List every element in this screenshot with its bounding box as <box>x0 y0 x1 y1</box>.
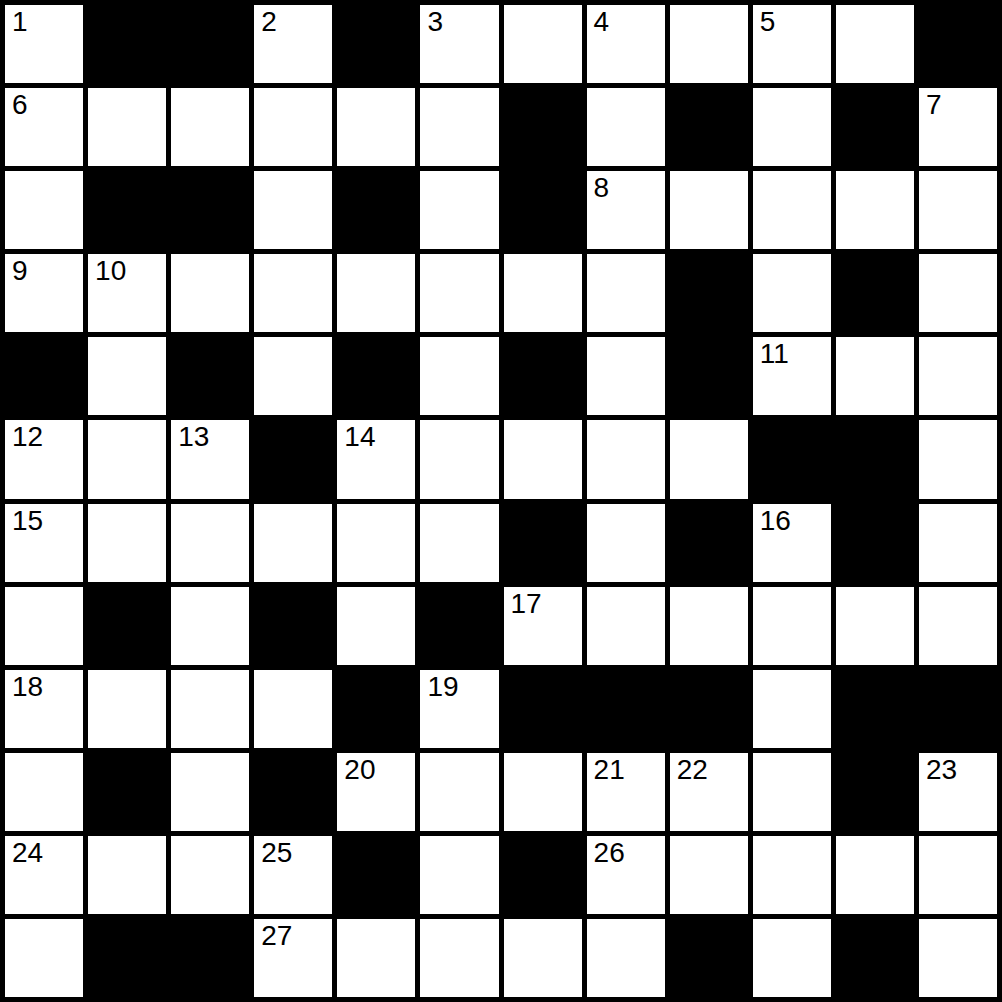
white-cell-r5c4[interactable]: 14 <box>337 420 415 498</box>
black-cell-r8c11 <box>919 670 997 748</box>
white-cell-r6c0[interactable]: 15 <box>5 504 83 582</box>
white-cell-r1c4[interactable] <box>337 88 415 166</box>
black-cell-r8c7 <box>587 670 665 748</box>
white-cell-r9c11[interactable]: 23 <box>919 753 997 831</box>
white-cell-r9c0[interactable] <box>5 753 83 831</box>
white-cell-r1c3[interactable] <box>254 88 332 166</box>
clue-number-24: 24 <box>12 837 43 869</box>
white-cell-r10c1[interactable] <box>88 836 166 914</box>
clue-number-12: 12 <box>12 421 43 453</box>
clue-number-23: 23 <box>926 754 957 786</box>
white-cell-r4c9[interactable]: 11 <box>753 337 831 415</box>
white-cell-r6c9[interactable]: 16 <box>753 504 831 582</box>
white-cell-r9c7[interactable]: 21 <box>587 753 665 831</box>
white-cell-r8c0[interactable]: 18 <box>5 670 83 748</box>
white-cell-r10c2[interactable] <box>171 836 249 914</box>
white-cell-r11c6[interactable] <box>504 919 582 997</box>
black-cell-r0c2 <box>171 5 249 83</box>
black-cell-r1c6 <box>504 88 582 166</box>
black-cell-r11c10 <box>836 919 914 997</box>
black-cell-r8c8 <box>670 670 748 748</box>
black-cell-r9c10 <box>836 753 914 831</box>
white-cell-r3c6[interactable] <box>504 254 582 332</box>
white-cell-r4c5[interactable] <box>420 337 498 415</box>
white-cell-r5c7[interactable] <box>587 420 665 498</box>
white-cell-r10c0[interactable]: 24 <box>5 836 83 914</box>
clue-number-2: 2 <box>261 6 277 38</box>
white-cell-r3c2[interactable] <box>171 254 249 332</box>
black-cell-r4c6 <box>504 337 582 415</box>
white-cell-r6c4[interactable] <box>337 504 415 582</box>
white-cell-r2c9[interactable] <box>753 171 831 249</box>
white-cell-r7c2[interactable] <box>171 587 249 665</box>
black-cell-r7c1 <box>88 587 166 665</box>
black-cell-r7c3 <box>254 587 332 665</box>
white-cell-r0c5[interactable]: 3 <box>420 5 498 83</box>
white-cell-r9c6[interactable] <box>504 753 582 831</box>
white-cell-r3c5[interactable] <box>420 254 498 332</box>
white-cell-r11c5[interactable] <box>420 919 498 997</box>
black-cell-r2c2 <box>171 171 249 249</box>
clue-number-16: 16 <box>760 505 791 537</box>
white-cell-r8c3[interactable] <box>254 670 332 748</box>
white-cell-r3c4[interactable] <box>337 254 415 332</box>
black-cell-r8c4 <box>337 670 415 748</box>
white-cell-r1c2[interactable] <box>171 88 249 166</box>
clue-number-14: 14 <box>344 421 375 453</box>
black-cell-r10c4 <box>337 836 415 914</box>
clue-number-7: 7 <box>926 89 942 121</box>
black-cell-r2c1 <box>88 171 166 249</box>
black-cell-r4c8 <box>670 337 748 415</box>
white-cell-r11c4[interactable] <box>337 919 415 997</box>
white-cell-r8c2[interactable] <box>171 670 249 748</box>
white-cell-r1c0[interactable]: 6 <box>5 88 83 166</box>
white-cell-r1c1[interactable] <box>88 88 166 166</box>
white-cell-r7c11[interactable] <box>919 587 997 665</box>
crossword-board: 1234567891011121314151617181920212223242… <box>0 0 1002 1002</box>
white-cell-r10c5[interactable] <box>420 836 498 914</box>
white-cell-r4c7[interactable] <box>587 337 665 415</box>
white-cell-r10c11[interactable] <box>919 836 997 914</box>
white-cell-r7c0[interactable] <box>5 587 83 665</box>
white-cell-r2c3[interactable] <box>254 171 332 249</box>
white-cell-r3c9[interactable] <box>753 254 831 332</box>
black-cell-r6c10 <box>836 504 914 582</box>
clue-number-9: 9 <box>12 255 28 287</box>
black-cell-r4c2 <box>171 337 249 415</box>
black-cell-r4c0 <box>5 337 83 415</box>
clue-number-20: 20 <box>344 754 375 786</box>
black-cell-r5c3 <box>254 420 332 498</box>
black-cell-r6c8 <box>670 504 748 582</box>
white-cell-r3c3[interactable] <box>254 254 332 332</box>
white-cell-r3c11[interactable] <box>919 254 997 332</box>
clue-number-3: 3 <box>427 6 443 38</box>
black-cell-r3c8 <box>670 254 748 332</box>
white-cell-r4c11[interactable] <box>919 337 997 415</box>
white-cell-r4c1[interactable] <box>88 337 166 415</box>
white-cell-r7c9[interactable] <box>753 587 831 665</box>
white-cell-r7c8[interactable] <box>670 587 748 665</box>
black-cell-r11c2 <box>171 919 249 997</box>
white-cell-r10c8[interactable] <box>670 836 748 914</box>
clue-number-21: 21 <box>594 754 625 786</box>
clue-number-8: 8 <box>594 172 610 204</box>
white-cell-r8c1[interactable] <box>88 670 166 748</box>
white-cell-r10c10[interactable] <box>836 836 914 914</box>
white-cell-r9c8[interactable]: 22 <box>670 753 748 831</box>
white-cell-r11c0[interactable] <box>5 919 83 997</box>
clue-number-22: 22 <box>677 754 708 786</box>
black-cell-r0c11 <box>919 5 997 83</box>
black-cell-r1c10 <box>836 88 914 166</box>
white-cell-r2c8[interactable] <box>670 171 748 249</box>
black-cell-r11c8 <box>670 919 748 997</box>
white-cell-r3c0[interactable]: 9 <box>5 254 83 332</box>
white-cell-r2c11[interactable] <box>919 171 997 249</box>
clue-number-27: 27 <box>261 920 292 952</box>
black-cell-r7c5 <box>420 587 498 665</box>
white-cell-r2c0[interactable] <box>5 171 83 249</box>
clue-number-11: 11 <box>760 338 789 370</box>
white-cell-r5c8[interactable] <box>670 420 748 498</box>
black-cell-r5c9 <box>753 420 831 498</box>
white-cell-r6c7[interactable] <box>587 504 665 582</box>
clue-number-18: 18 <box>12 671 43 703</box>
white-cell-r7c4[interactable] <box>337 587 415 665</box>
clue-number-25: 25 <box>261 837 292 869</box>
white-cell-r1c5[interactable] <box>420 88 498 166</box>
white-cell-r8c9[interactable] <box>753 670 831 748</box>
white-cell-r5c6[interactable] <box>504 420 582 498</box>
white-cell-r2c7[interactable]: 8 <box>587 171 665 249</box>
black-cell-r0c4 <box>337 5 415 83</box>
white-cell-r2c5[interactable] <box>420 171 498 249</box>
clue-number-1: 1 <box>12 6 28 38</box>
black-cell-r9c3 <box>254 753 332 831</box>
white-cell-r7c6[interactable]: 17 <box>504 587 582 665</box>
white-cell-r9c2[interactable] <box>171 753 249 831</box>
clue-number-6: 6 <box>12 89 28 121</box>
white-cell-r6c5[interactable] <box>420 504 498 582</box>
white-cell-r0c3[interactable]: 2 <box>254 5 332 83</box>
black-cell-r5c10 <box>836 420 914 498</box>
white-cell-r11c3[interactable]: 27 <box>254 919 332 997</box>
black-cell-r11c1 <box>88 919 166 997</box>
white-cell-r8c5[interactable]: 19 <box>420 670 498 748</box>
black-cell-r2c6 <box>504 171 582 249</box>
white-cell-r10c9[interactable] <box>753 836 831 914</box>
white-cell-r6c11[interactable] <box>919 504 997 582</box>
black-cell-r8c10 <box>836 670 914 748</box>
white-cell-r11c11[interactable] <box>919 919 997 997</box>
white-cell-r6c2[interactable] <box>171 504 249 582</box>
white-cell-r7c10[interactable] <box>836 587 914 665</box>
white-cell-r11c7[interactable] <box>587 919 665 997</box>
black-cell-r6c6 <box>504 504 582 582</box>
white-cell-r5c0[interactable]: 12 <box>5 420 83 498</box>
white-cell-r4c3[interactable] <box>254 337 332 415</box>
white-cell-r0c9[interactable]: 5 <box>753 5 831 83</box>
black-cell-r4c4 <box>337 337 415 415</box>
white-cell-r6c1[interactable] <box>88 504 166 582</box>
white-cell-r9c9[interactable] <box>753 753 831 831</box>
white-cell-r5c5[interactable] <box>420 420 498 498</box>
black-cell-r3c10 <box>836 254 914 332</box>
clue-number-13: 13 <box>178 421 209 453</box>
white-cell-r0c0[interactable]: 1 <box>5 5 83 83</box>
white-cell-r3c7[interactable] <box>587 254 665 332</box>
clue-number-26: 26 <box>594 837 625 869</box>
black-cell-r1c8 <box>670 88 748 166</box>
white-cell-r6c3[interactable] <box>254 504 332 582</box>
white-cell-r2c10[interactable] <box>836 171 914 249</box>
white-cell-r5c11[interactable] <box>919 420 997 498</box>
black-cell-r10c6 <box>504 836 582 914</box>
white-cell-r1c7[interactable] <box>587 88 665 166</box>
black-cell-r8c6 <box>504 670 582 748</box>
white-cell-r0c7[interactable]: 4 <box>587 5 665 83</box>
white-cell-r5c2[interactable]: 13 <box>171 420 249 498</box>
white-cell-r1c11[interactable]: 7 <box>919 88 997 166</box>
white-cell-r11c9[interactable] <box>753 919 831 997</box>
clue-number-10: 10 <box>95 255 126 287</box>
white-cell-r1c9[interactable] <box>753 88 831 166</box>
white-cell-r0c8[interactable] <box>670 5 748 83</box>
black-cell-r0c1 <box>88 5 166 83</box>
clue-number-17: 17 <box>511 588 542 620</box>
clue-number-19: 19 <box>427 671 458 703</box>
white-cell-r7c7[interactable] <box>587 587 665 665</box>
white-cell-r10c7[interactable]: 26 <box>587 836 665 914</box>
white-cell-r9c5[interactable] <box>420 753 498 831</box>
white-cell-r9c4[interactable]: 20 <box>337 753 415 831</box>
clue-number-5: 5 <box>760 6 776 38</box>
white-cell-r10c3[interactable]: 25 <box>254 836 332 914</box>
clue-number-4: 4 <box>594 6 610 38</box>
white-cell-r3c1[interactable]: 10 <box>88 254 166 332</box>
white-cell-r0c10[interactable] <box>836 5 914 83</box>
black-cell-r2c4 <box>337 171 415 249</box>
clue-number-15: 15 <box>12 505 43 537</box>
white-cell-r4c10[interactable] <box>836 337 914 415</box>
black-cell-r9c1 <box>88 753 166 831</box>
white-cell-r5c1[interactable] <box>88 420 166 498</box>
white-cell-r0c6[interactable] <box>504 5 582 83</box>
